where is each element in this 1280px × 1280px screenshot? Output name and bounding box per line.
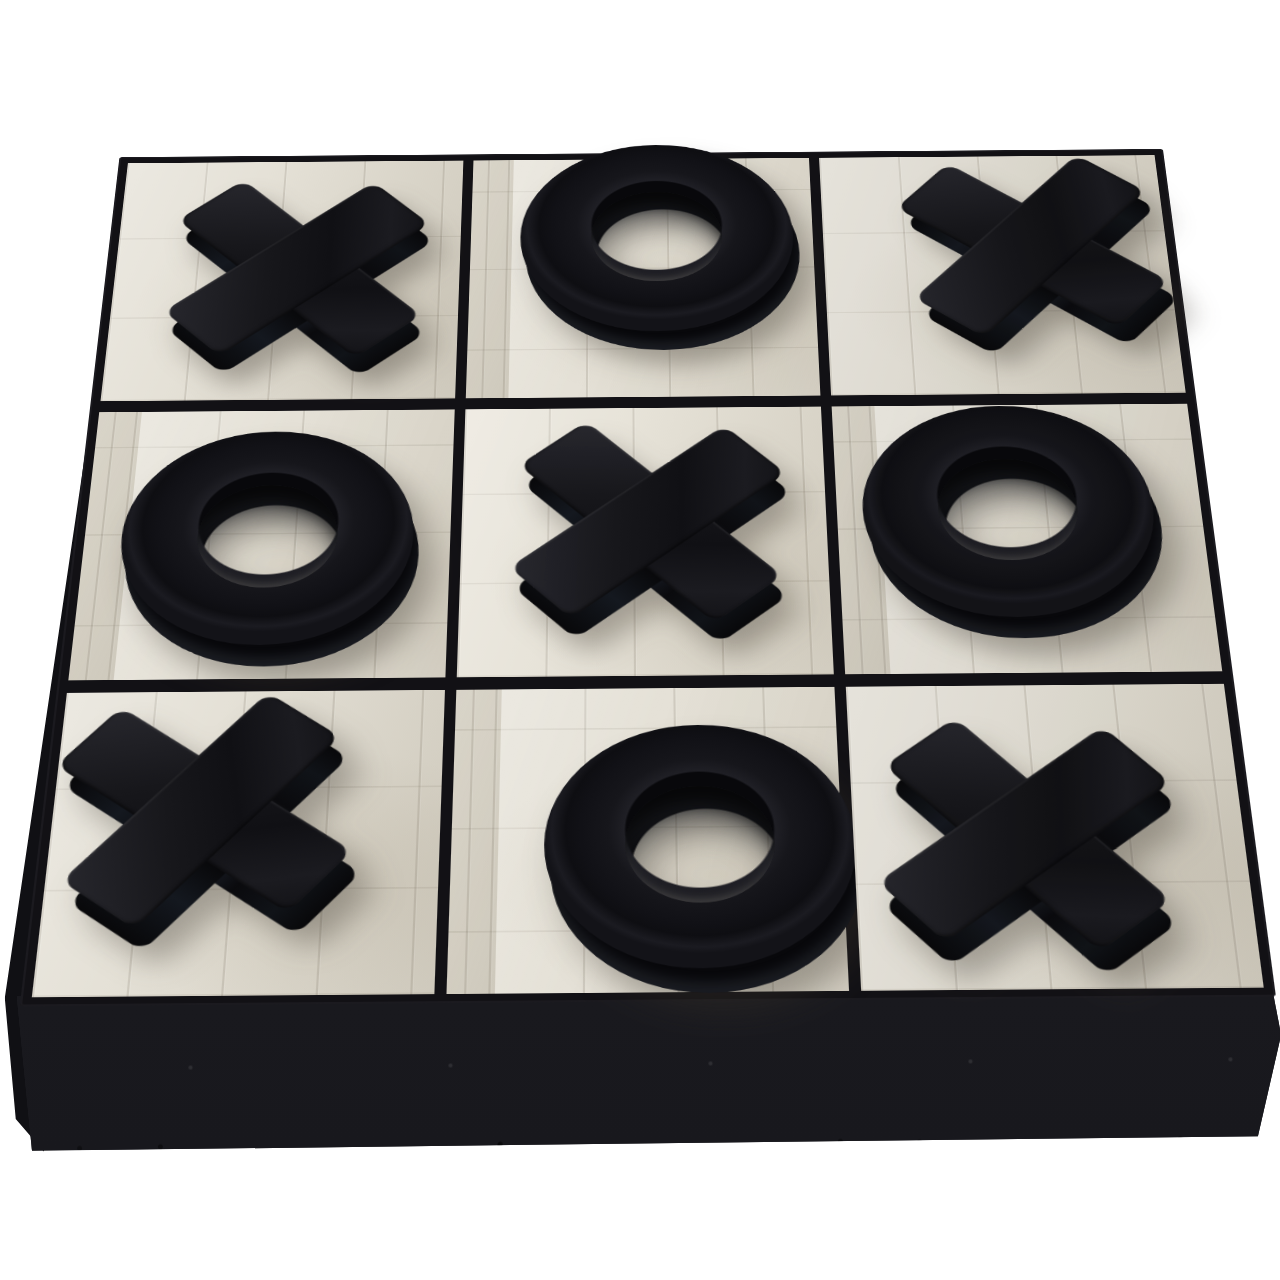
o-piece[interactable] <box>857 405 1166 618</box>
x-piece-top-face <box>863 705 1183 965</box>
o-piece[interactable] <box>542 724 862 970</box>
cell-r3c3[interactable] <box>846 684 1264 991</box>
cell-r2c3[interactable] <box>832 404 1223 675</box>
x-piece-top-face <box>878 144 1191 349</box>
cell-r1c2[interactable] <box>466 158 821 398</box>
x-piece-top-face <box>43 677 370 946</box>
cell-r2c2[interactable] <box>457 407 834 678</box>
x-piece-top-face <box>494 412 798 633</box>
cell-r3c2[interactable] <box>446 687 849 994</box>
x-piece-top-face <box>146 173 443 366</box>
x-piece[interactable] <box>494 412 798 633</box>
o-piece[interactable] <box>518 144 797 332</box>
x-piece[interactable] <box>878 144 1191 349</box>
product-photo <box>0 0 1280 1280</box>
tic-tac-toe-board <box>20 149 1276 1006</box>
cell-r1c1[interactable] <box>100 161 463 402</box>
o-piece[interactable] <box>110 431 418 647</box>
x-piece[interactable] <box>43 677 370 946</box>
cell-r1c3[interactable] <box>819 155 1186 395</box>
board-grid <box>32 155 1264 997</box>
cell-r3c1[interactable] <box>32 690 445 997</box>
x-piece[interactable] <box>146 173 443 366</box>
x-piece[interactable] <box>863 705 1183 965</box>
cell-r2c1[interactable] <box>68 409 454 680</box>
